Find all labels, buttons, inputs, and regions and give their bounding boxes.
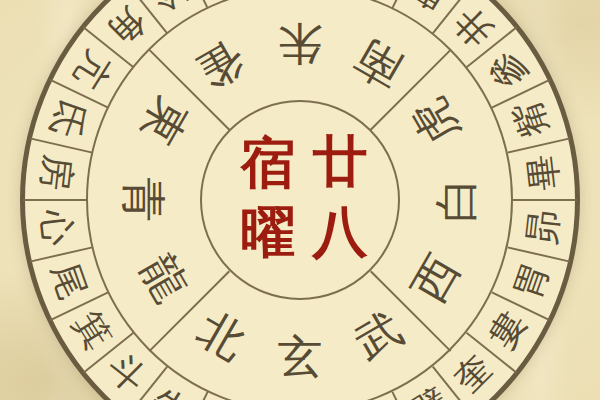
center-char-you: 曜	[237, 198, 299, 266]
center-char-nijuu: 廿	[309, 127, 371, 195]
center-char-hachi: 八	[309, 198, 371, 266]
mansion-wheel-diagram: 角亢氐房心尾箕斗牛女虛危室壁奎婁胃昴畢觜參井鬼柳星張翼軫 南朱雀東青龍北玄武西白…	[0, 0, 600, 400]
middle-symbol-10: 白	[425, 168, 489, 232]
middle-symbol-4: 青	[111, 168, 175, 232]
middle-symbol-7: 玄	[268, 325, 332, 389]
middle-symbol-1: 朱	[268, 11, 332, 75]
center-char-shuku: 宿	[237, 129, 299, 197]
